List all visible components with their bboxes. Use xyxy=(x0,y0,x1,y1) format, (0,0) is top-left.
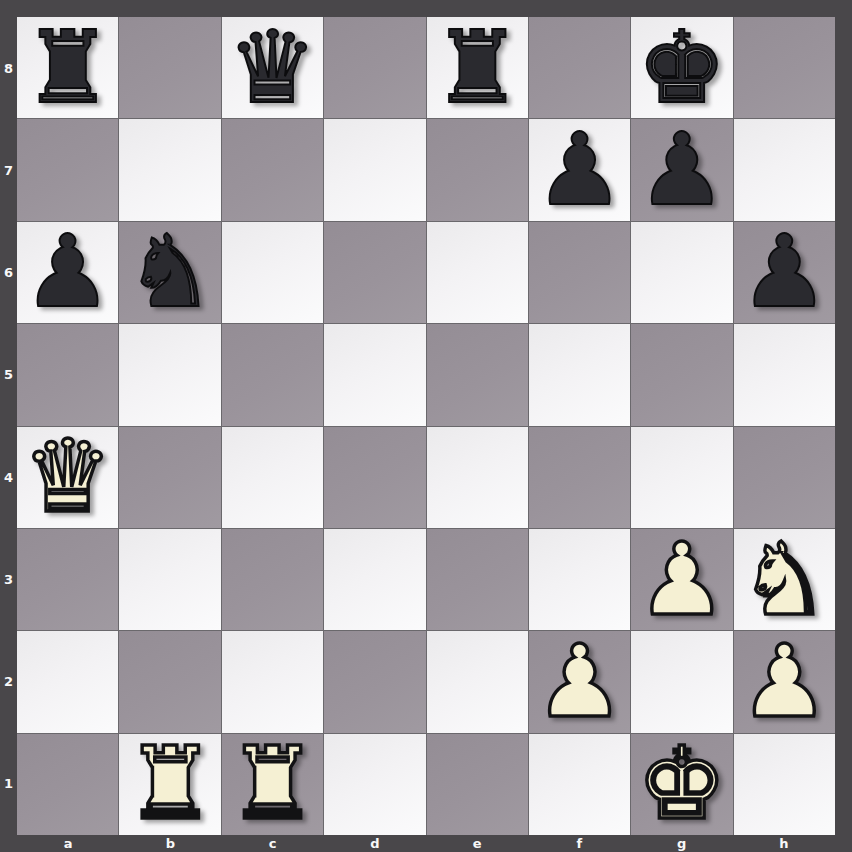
piece-black-rook[interactable]: ♜ xyxy=(432,18,522,118)
rank-coordinates: 87654321 xyxy=(0,17,17,835)
square-a4[interactable]: ♛ xyxy=(17,427,118,528)
file-label-h: h xyxy=(733,835,835,852)
piece-white-pawn[interactable]: ♟ xyxy=(739,632,829,732)
square-e8[interactable]: ♜ xyxy=(427,17,528,118)
square-b8[interactable] xyxy=(119,17,220,118)
square-c5[interactable] xyxy=(222,324,323,425)
piece-black-pawn[interactable]: ♟ xyxy=(739,222,829,322)
square-b1[interactable]: ♜ xyxy=(119,734,220,835)
square-f8[interactable] xyxy=(529,17,630,118)
rank-label-5: 5 xyxy=(0,324,17,426)
square-g7[interactable]: ♟ xyxy=(631,119,732,220)
square-c7[interactable] xyxy=(222,119,323,220)
piece-white-rook[interactable]: ♜ xyxy=(125,734,215,834)
square-d6[interactable] xyxy=(324,222,425,323)
piece-white-pawn[interactable]: ♟ xyxy=(637,530,727,630)
square-g3[interactable]: ♟ xyxy=(631,529,732,630)
square-a2[interactable] xyxy=(17,631,118,732)
rank-label-6: 6 xyxy=(0,222,17,324)
square-f7[interactable]: ♟ xyxy=(529,119,630,220)
square-c6[interactable] xyxy=(222,222,323,323)
square-a6[interactable]: ♟ xyxy=(17,222,118,323)
square-e5[interactable] xyxy=(427,324,528,425)
square-f4[interactable] xyxy=(529,427,630,528)
square-c2[interactable] xyxy=(222,631,323,732)
piece-black-king[interactable]: ♚ xyxy=(637,18,727,118)
square-g8[interactable]: ♚ xyxy=(631,17,732,118)
piece-black-rook[interactable]: ♜ xyxy=(23,18,113,118)
square-h3[interactable]: ♞ xyxy=(734,529,835,630)
piece-white-pawn[interactable]: ♟ xyxy=(535,632,625,732)
rank-label-4: 4 xyxy=(0,426,17,528)
piece-white-king[interactable]: ♚ xyxy=(637,734,727,834)
rank-label-1: 1 xyxy=(0,733,17,835)
square-b6[interactable]: ♞ xyxy=(119,222,220,323)
piece-white-knight[interactable]: ♞ xyxy=(739,530,829,630)
square-a8[interactable]: ♜ xyxy=(17,17,118,118)
square-b3[interactable] xyxy=(119,529,220,630)
frame-right-border xyxy=(835,17,852,835)
square-e6[interactable] xyxy=(427,222,528,323)
rank-label-3: 3 xyxy=(0,528,17,630)
square-b5[interactable] xyxy=(119,324,220,425)
square-e3[interactable] xyxy=(427,529,528,630)
piece-white-queen[interactable]: ♛ xyxy=(23,427,113,527)
square-g6[interactable] xyxy=(631,222,732,323)
square-d3[interactable] xyxy=(324,529,425,630)
piece-white-rook[interactable]: ♜ xyxy=(228,734,318,834)
piece-black-queen[interactable]: ♛ xyxy=(228,18,318,118)
piece-black-knight[interactable]: ♞ xyxy=(125,222,215,322)
square-d8[interactable] xyxy=(324,17,425,118)
piece-black-pawn[interactable]: ♟ xyxy=(23,222,113,322)
square-c4[interactable] xyxy=(222,427,323,528)
square-e1[interactable] xyxy=(427,734,528,835)
square-f5[interactable] xyxy=(529,324,630,425)
square-h2[interactable]: ♟ xyxy=(734,631,835,732)
square-d5[interactable] xyxy=(324,324,425,425)
square-a5[interactable] xyxy=(17,324,118,425)
square-h8[interactable] xyxy=(734,17,835,118)
square-e4[interactable] xyxy=(427,427,528,528)
square-g2[interactable] xyxy=(631,631,732,732)
square-a1[interactable] xyxy=(17,734,118,835)
square-f6[interactable] xyxy=(529,222,630,323)
square-c8[interactable]: ♛ xyxy=(222,17,323,118)
file-label-a: a xyxy=(17,835,119,852)
square-f1[interactable] xyxy=(529,734,630,835)
square-h1[interactable] xyxy=(734,734,835,835)
file-label-f: f xyxy=(528,835,630,852)
rank-label-7: 7 xyxy=(0,119,17,221)
square-c3[interactable] xyxy=(222,529,323,630)
square-b4[interactable] xyxy=(119,427,220,528)
square-d2[interactable] xyxy=(324,631,425,732)
square-c1[interactable]: ♜ xyxy=(222,734,323,835)
square-d1[interactable] xyxy=(324,734,425,835)
file-label-d: d xyxy=(324,835,426,852)
square-g4[interactable] xyxy=(631,427,732,528)
file-label-e: e xyxy=(426,835,528,852)
square-e2[interactable] xyxy=(427,631,528,732)
chess-board-frame: 87654321 ♜♛♜♚♟♟♟♞♟♛♟♞♟♟♜♜♚ abcdefgh xyxy=(0,0,852,852)
square-f3[interactable] xyxy=(529,529,630,630)
square-h5[interactable] xyxy=(734,324,835,425)
square-g1[interactable]: ♚ xyxy=(631,734,732,835)
square-h6[interactable]: ♟ xyxy=(734,222,835,323)
rank-label-8: 8 xyxy=(0,17,17,119)
square-d7[interactable] xyxy=(324,119,425,220)
square-a7[interactable] xyxy=(17,119,118,220)
square-h7[interactable] xyxy=(734,119,835,220)
rank-label-2: 2 xyxy=(0,631,17,733)
square-f2[interactable]: ♟ xyxy=(529,631,630,732)
piece-black-pawn[interactable]: ♟ xyxy=(535,120,625,220)
square-d4[interactable] xyxy=(324,427,425,528)
square-h4[interactable] xyxy=(734,427,835,528)
square-e7[interactable] xyxy=(427,119,528,220)
square-b7[interactable] xyxy=(119,119,220,220)
square-b2[interactable] xyxy=(119,631,220,732)
square-a3[interactable] xyxy=(17,529,118,630)
square-g5[interactable] xyxy=(631,324,732,425)
chess-board: ♜♛♜♚♟♟♟♞♟♛♟♞♟♟♜♜♚ xyxy=(17,17,835,835)
piece-black-pawn[interactable]: ♟ xyxy=(637,120,727,220)
